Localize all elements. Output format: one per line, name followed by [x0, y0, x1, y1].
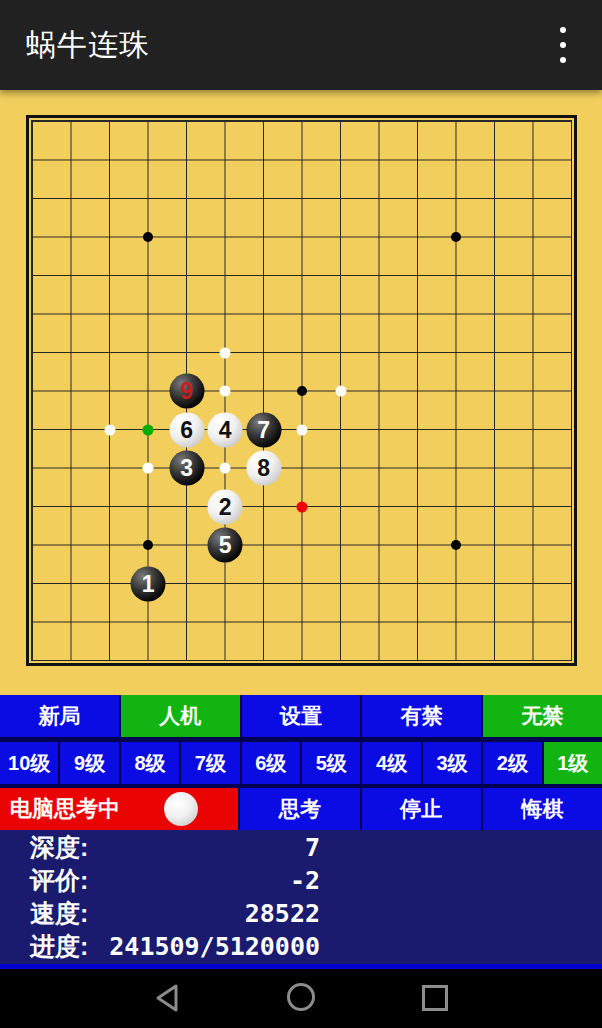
star-point [143, 232, 153, 242]
eval-label: 评价: [30, 864, 88, 897]
recents-icon[interactable] [422, 985, 448, 1011]
white-analysis-dot [220, 463, 231, 474]
white-analysis-dot [104, 424, 115, 435]
stone-black-7: 7 [246, 412, 281, 447]
white-analysis-dot [297, 424, 308, 435]
forbidden-rule-off-button[interactable]: 无禁 [483, 695, 602, 737]
stone-black-9: 9 [169, 374, 204, 409]
star-point [451, 232, 461, 242]
board-grid[interactable]: 123456789 [31, 120, 572, 661]
level-7-button[interactable]: 7级 [181, 742, 239, 784]
depth-label: 深度: [30, 831, 88, 864]
white-analysis-dot [143, 463, 154, 474]
control-panel: 新局 人机 设置 有禁 无禁 10级 9级 8级 7级 6级 5级 4级 3级 … [0, 695, 602, 830]
level-3-button[interactable]: 3级 [423, 742, 481, 784]
status-row-progress: 进度: 241509/5120000 [0, 930, 320, 963]
stone-white-8: 8 [246, 451, 281, 486]
white-analysis-dot [220, 347, 231, 358]
speed-label: 速度: [30, 897, 88, 930]
computer-thinking-banner: 电脑思考中 [0, 788, 238, 830]
progress-value: 241509/5120000 [109, 932, 320, 961]
stone-white-2: 2 [208, 489, 243, 524]
status-row-depth: 深度: 7 [0, 831, 320, 864]
level-8-button[interactable]: 8级 [121, 742, 179, 784]
button-row-actions: 电脑思考中 思考 停止 悔棋 [0, 788, 602, 830]
stone-white-4: 4 [208, 412, 243, 447]
settings-button[interactable]: 设置 [242, 695, 361, 737]
status-row-eval: 评价: -2 [0, 864, 320, 897]
stone-black-3: 3 [169, 451, 204, 486]
progress-label: 进度: [30, 930, 88, 963]
thinking-label: 电脑思考中 [10, 794, 120, 824]
white-analysis-dot [220, 386, 231, 397]
overflow-menu-icon[interactable] [550, 27, 576, 63]
forbidden-rule-on-button[interactable]: 有禁 [362, 695, 481, 737]
engine-status-panel: 深度: 7 评价: -2 速度: 28522 进度: 241509/512000… [0, 830, 602, 964]
white-stone-icon [164, 792, 198, 826]
new-game-button[interactable]: 新局 [0, 695, 119, 737]
level-10-button[interactable]: 10级 [0, 742, 58, 784]
depth-value: 7 [305, 833, 320, 862]
star-point [143, 540, 153, 550]
speed-value: 28522 [245, 899, 320, 928]
app-title: 蜗牛连珠 [26, 25, 150, 66]
app-bar: 蜗牛连珠 [0, 0, 602, 90]
think-button[interactable]: 思考 [240, 788, 359, 830]
level-2-button[interactable]: 2级 [483, 742, 541, 784]
app-screen: 蜗牛连珠 123456789 新局 人机 设置 有禁 无禁 10级 9级 8级 … [0, 0, 602, 1028]
eval-value: -2 [290, 866, 320, 895]
stop-button[interactable]: 停止 [362, 788, 481, 830]
board: 123456789 [26, 115, 577, 666]
white-analysis-dot [335, 386, 346, 397]
level-9-button[interactable]: 9级 [60, 742, 118, 784]
stone-white-6: 6 [169, 412, 204, 447]
star-point [451, 540, 461, 550]
human-vs-ai-button[interactable]: 人机 [121, 695, 240, 737]
status-row-speed: 速度: 28522 [0, 897, 320, 930]
level-5-button[interactable]: 5级 [302, 742, 360, 784]
red-analysis-dot [297, 501, 308, 512]
back-icon[interactable] [154, 983, 180, 1013]
home-icon[interactable] [287, 983, 315, 1011]
stone-black-1: 1 [131, 566, 166, 601]
level-4-button[interactable]: 4级 [362, 742, 420, 784]
button-row-main: 新局 人机 设置 有禁 无禁 [0, 695, 602, 737]
button-row-levels: 10级 9级 8级 7级 6级 5级 4级 3级 2级 1级 [0, 742, 602, 784]
level-6-button[interactable]: 6级 [242, 742, 300, 784]
stone-black-5: 5 [208, 528, 243, 563]
green-analysis-dot [143, 424, 154, 435]
android-navbar [0, 969, 602, 1028]
star-point [297, 386, 307, 396]
level-1-button[interactable]: 1级 [544, 742, 602, 784]
undo-button[interactable]: 悔棋 [483, 788, 602, 830]
